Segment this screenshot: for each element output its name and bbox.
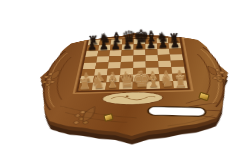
product-photo-stage: ♜♞♝♛♚♝♞♜♟♟♟♟♟♟♟♟♟♟♟♟♟♟♟♟♜♞♝♛♚♝♞♜ xyxy=(0,0,240,150)
square-f1 xyxy=(146,81,160,89)
carved-medallion xyxy=(102,91,164,105)
chess-backgammon-board: ♜♞♝♛♚♝♞♜♟♟♟♟♟♟♟♟♟♟♟♟♟♟♟♟♜♞♝♛♚♝♞♜ xyxy=(10,28,240,142)
square-g1 xyxy=(160,81,174,89)
grape-cluster-right xyxy=(208,66,228,83)
square-b1 xyxy=(92,82,106,90)
chess-grid: ♜♞♝♛♚♝♞♜♟♟♟♟♟♟♟♟♟♟♟♟♟♟♟♟♜♞♝♛♚♝♞♜ xyxy=(78,38,187,91)
square-c1 xyxy=(105,82,119,90)
vine-scroll-left xyxy=(35,51,74,110)
square-h1 xyxy=(173,81,188,89)
square-d1 xyxy=(119,82,133,90)
carry-handle-cutout xyxy=(147,105,207,117)
square-e1 xyxy=(133,82,147,90)
